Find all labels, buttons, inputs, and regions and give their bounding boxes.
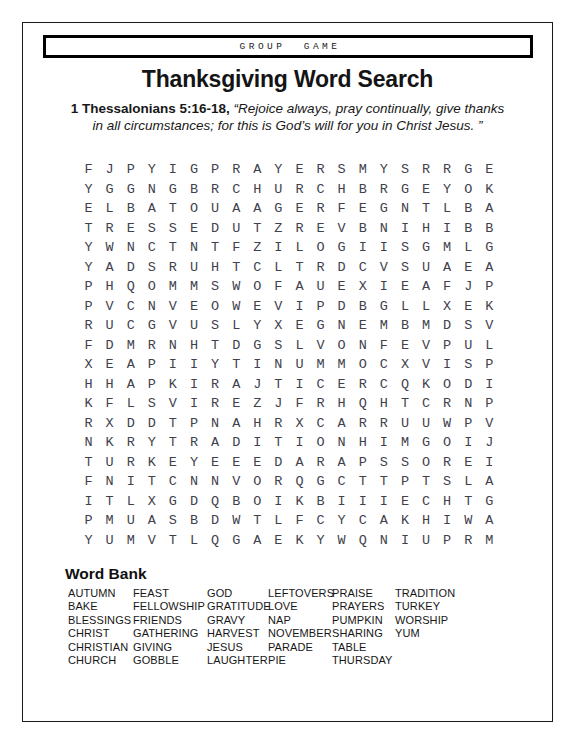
grid-cell: T: [162, 199, 183, 219]
grid-cell: R: [141, 336, 162, 356]
grid-cell: E: [205, 453, 226, 473]
grid-cell: D: [331, 297, 352, 317]
grid-cell: M: [162, 277, 183, 297]
grid-cell: T: [247, 511, 268, 531]
grid-cell: M: [416, 316, 437, 336]
word-bank-word: PRAISE: [332, 587, 393, 600]
word-bank-word: BAKE: [68, 600, 131, 613]
grid-cell: L: [99, 199, 120, 219]
grid-cell: N: [205, 472, 226, 492]
grid-cell: L: [289, 336, 310, 356]
grid-cell: V: [310, 336, 331, 356]
grid-cell: C: [373, 355, 394, 375]
grid-cell: F: [331, 199, 352, 219]
grid-cell: U: [99, 531, 120, 551]
grid-cell: W: [437, 414, 458, 434]
grid-cell: Y: [78, 238, 99, 258]
grid-cell: R: [268, 414, 289, 434]
grid-cell: E: [331, 277, 352, 297]
grid-cell: E: [416, 180, 437, 200]
grid-cell: G: [416, 238, 437, 258]
grid-cell: Q: [205, 531, 226, 551]
grid-cell: B: [394, 316, 415, 336]
grid-cell: I: [479, 375, 500, 395]
grid-cell: O: [247, 277, 268, 297]
word-bank-title: Word Bank: [65, 565, 147, 583]
grid-cell: M: [99, 511, 120, 531]
grid-cell: P: [352, 453, 373, 473]
grid-cell: L: [458, 472, 479, 492]
word-bank-word: YUM: [395, 627, 455, 640]
grid-cell: C: [310, 414, 331, 434]
grid-cell: O: [458, 180, 479, 200]
grid-cell: C: [226, 180, 247, 200]
grid-cell: C: [310, 511, 331, 531]
grid-cell: V: [416, 355, 437, 375]
word-bank-word: CHURCH: [68, 654, 131, 667]
grid-cell: A: [479, 511, 500, 531]
grid-cell: J: [458, 277, 479, 297]
grid-cell: D: [99, 336, 120, 356]
grid-cell: I: [162, 355, 183, 375]
grid-cell: O: [247, 472, 268, 492]
word-bank-column: FEASTFELLOWSHIPFRIENDSGATHERINGGIVINGGOB…: [133, 587, 205, 667]
grid-cell: T: [99, 492, 120, 512]
grid-cell: G: [373, 199, 394, 219]
grid-cell: E: [78, 199, 99, 219]
word-bank-word: LOVE: [268, 600, 334, 613]
grid-cell: O: [205, 297, 226, 317]
grid-cell: W: [458, 511, 479, 531]
grid-cell: G: [247, 336, 268, 356]
grid-cell: S: [394, 453, 415, 473]
grid-cell: U: [310, 277, 331, 297]
grid-cell: T: [78, 453, 99, 473]
grid-cell: C: [331, 472, 352, 492]
grid-cell: P: [205, 160, 226, 180]
grid-cell: V: [162, 394, 183, 414]
grid-cell: C: [120, 297, 141, 317]
grid-cell: W: [226, 511, 247, 531]
grid-cell: A: [416, 277, 437, 297]
grid-cell: P: [479, 277, 500, 297]
word-bank-word: LEFTOVERS: [268, 587, 334, 600]
grid-cell: H: [437, 492, 458, 512]
grid-cell: O: [310, 238, 331, 258]
grid-cell: M: [479, 531, 500, 551]
grid-cell: W: [226, 277, 247, 297]
grid-cell: I: [120, 472, 141, 492]
grid-cell: M: [120, 336, 141, 356]
grid-cell: I: [268, 492, 289, 512]
verse-quote-line1: “Rejoice always, pray continually, give …: [234, 101, 505, 116]
grid-cell: T: [394, 394, 415, 414]
word-bank-word: BLESSINGS: [68, 614, 131, 627]
grid-cell: D: [120, 414, 141, 434]
grid-cell: G: [268, 199, 289, 219]
grid-cell: E: [289, 199, 310, 219]
grid-cell: A: [479, 199, 500, 219]
grid-cell: N: [205, 414, 226, 434]
grid-cell: G: [162, 492, 183, 512]
grid-cell: R: [310, 258, 331, 278]
grid-cell: T: [162, 433, 183, 453]
grid-cell: M: [394, 433, 415, 453]
grid-cell: N: [331, 316, 352, 336]
grid-cell: E: [99, 355, 120, 375]
grid-cell: N: [141, 180, 162, 200]
grid-cell: V: [162, 316, 183, 336]
grid-cell: I: [437, 511, 458, 531]
grid-cell: Y: [78, 180, 99, 200]
grid-cell: K: [289, 531, 310, 551]
grid-cell: A: [247, 160, 268, 180]
grid-cell: H: [183, 336, 204, 356]
grid-cell: R: [310, 160, 331, 180]
grid-cell: N: [373, 531, 394, 551]
grid-cell: U: [99, 316, 120, 336]
grid-cell: V: [162, 297, 183, 317]
grid-cell: V: [416, 336, 437, 356]
grid-cell: Q: [352, 394, 373, 414]
grid-cell: O: [416, 453, 437, 473]
grid-cell: N: [78, 433, 99, 453]
grid-cell: G: [310, 316, 331, 336]
grid-cell: P: [78, 297, 99, 317]
grid-cell: D: [458, 375, 479, 395]
grid-cell: P: [437, 531, 458, 551]
grid-cell: E: [479, 160, 500, 180]
grid-cell: Y: [78, 531, 99, 551]
grid-cell: L: [268, 511, 289, 531]
word-bank-word: PRAYERS: [332, 600, 393, 613]
grid-cell: R: [289, 219, 310, 239]
grid-cell: L: [394, 297, 415, 317]
grid-cell: S: [331, 160, 352, 180]
grid-cell: G: [99, 180, 120, 200]
grid-cell: P: [479, 355, 500, 375]
grid-cell: B: [226, 492, 247, 512]
grid-cell: B: [183, 511, 204, 531]
grid-cell: G: [394, 180, 415, 200]
word-bank-word: PIE: [268, 654, 334, 667]
grid-cell: A: [120, 375, 141, 395]
grid-cell: S: [162, 219, 183, 239]
puzzle-sheet: GROUP GAME Thanksgiving Word Search 1 Th…: [0, 0, 575, 745]
grid-cell: N: [458, 394, 479, 414]
grid-cell: O: [183, 199, 204, 219]
grid-cell: R: [120, 453, 141, 473]
grid-cell: G: [416, 433, 437, 453]
grid-cell: L: [226, 316, 247, 336]
grid-cell: S: [141, 258, 162, 278]
grid-cell: C: [310, 180, 331, 200]
grid-cell: M: [183, 277, 204, 297]
grid-cell: U: [183, 316, 204, 336]
grid-cell: L: [458, 238, 479, 258]
grid-cell: I: [183, 375, 204, 395]
grid-cell: P: [310, 297, 331, 317]
grid-cell: R: [120, 433, 141, 453]
word-bank-word: THURSDAY: [332, 654, 393, 667]
grid-cell: R: [373, 414, 394, 434]
grid-cell: A: [289, 453, 310, 473]
grid-cell: E: [247, 297, 268, 317]
grid-cell: T: [141, 472, 162, 492]
grid-cell: I: [289, 433, 310, 453]
grid-cell: N: [373, 219, 394, 239]
page-title: Thanksgiving Word Search: [0, 66, 575, 93]
grid-cell: A: [226, 414, 247, 434]
word-bank-word: GRATITUDE: [207, 600, 271, 613]
grid-cell: F: [78, 472, 99, 492]
grid-cell: U: [268, 180, 289, 200]
grid-cell: Z: [247, 394, 268, 414]
grid-cell: V: [268, 297, 289, 317]
grid-cell: D: [226, 433, 247, 453]
grid-cell: G: [162, 180, 183, 200]
grid-cell: D: [205, 511, 226, 531]
verse-quote-line2: in all circumstances; for this is God’s …: [0, 118, 575, 135]
grid-cell: Y: [205, 355, 226, 375]
grid-cell: P: [78, 511, 99, 531]
grid-cell: N: [268, 355, 289, 375]
word-bank-word: PARADE: [268, 641, 334, 654]
grid-cell: D: [226, 336, 247, 356]
grid-cell: H: [416, 219, 437, 239]
banner-box: GROUP GAME: [43, 35, 533, 58]
grid-cell: Y: [437, 180, 458, 200]
grid-cell: N: [183, 238, 204, 258]
grid-cell: I: [373, 238, 394, 258]
grid-cell: K: [78, 394, 99, 414]
word-bank-word: TURKEY: [395, 600, 455, 613]
word-bank-word: NAP: [268, 614, 334, 627]
grid-cell: R: [268, 472, 289, 492]
grid-cell: A: [226, 375, 247, 395]
grid-cell: E: [394, 336, 415, 356]
grid-cell: A: [141, 199, 162, 219]
grid-cell: E: [394, 277, 415, 297]
grid-cell: E: [458, 453, 479, 473]
grid-cell: N: [352, 336, 373, 356]
grid-cell: J: [268, 394, 289, 414]
grid-cell: T: [352, 472, 373, 492]
grid-cell: I: [373, 277, 394, 297]
grid-cell: X: [78, 355, 99, 375]
grid-cell: W: [226, 297, 247, 317]
grid-cell: Y: [141, 433, 162, 453]
grid-cell: I: [331, 492, 352, 512]
grid-cell: A: [289, 277, 310, 297]
grid-cell: D: [205, 219, 226, 239]
word-bank-column: TRADITIONTURKEYWORSHIPYUM: [395, 587, 455, 641]
grid-cell: R: [373, 180, 394, 200]
grid-cell: I: [352, 492, 373, 512]
grid-cell: S: [394, 160, 415, 180]
word-bank-word: HARVEST: [207, 627, 271, 640]
grid-cell: A: [247, 531, 268, 551]
grid-cell: I: [183, 355, 204, 375]
grid-cell: F: [226, 238, 247, 258]
grid-cell: S: [205, 316, 226, 336]
grid-cell: U: [416, 531, 437, 551]
grid-cell: A: [373, 511, 394, 531]
grid-cell: U: [394, 414, 415, 434]
grid-cell: P: [78, 277, 99, 297]
grid-cell: G: [120, 180, 141, 200]
grid-cell: F: [373, 336, 394, 356]
grid-cell: U: [120, 511, 141, 531]
grid-cell: I: [479, 453, 500, 473]
word-bank-word: CHRIST: [68, 627, 131, 640]
grid-cell: R: [226, 160, 247, 180]
word-bank-word: FRIENDS: [133, 614, 205, 627]
grid-cell: Y: [331, 511, 352, 531]
grid-cell: G: [479, 492, 500, 512]
word-bank-word: SHARING: [332, 627, 393, 640]
grid-cell: C: [352, 258, 373, 278]
grid-cell: M: [331, 355, 352, 375]
grid-cell: N: [394, 199, 415, 219]
grid-cell: B: [458, 199, 479, 219]
grid-cell: C: [247, 258, 268, 278]
grid-cell: I: [394, 531, 415, 551]
grid-cell: V: [479, 316, 500, 336]
grid-cell: O: [331, 336, 352, 356]
grid-cell: J: [247, 375, 268, 395]
grid-cell: R: [205, 180, 226, 200]
grid-cell: M: [310, 355, 331, 375]
grid-cell: N: [141, 297, 162, 317]
grid-cell: O: [141, 277, 162, 297]
grid-cell: A: [437, 258, 458, 278]
grid-cell: E: [394, 492, 415, 512]
grid-cell: E: [458, 258, 479, 278]
word-bank-word: PUMPKIN: [332, 614, 393, 627]
grid-cell: K: [141, 453, 162, 473]
grid-cell: P: [120, 160, 141, 180]
grid-cell: E: [331, 375, 352, 395]
grid-cell: M: [120, 531, 141, 551]
grid-cell: K: [479, 297, 500, 317]
grid-cell: T: [205, 238, 226, 258]
grid-cell: B: [352, 219, 373, 239]
grid-cell: E: [352, 316, 373, 336]
grid-cell: T: [226, 258, 247, 278]
grid-cell: G: [458, 160, 479, 180]
grid-cell: L: [268, 258, 289, 278]
grid-cell: L: [289, 238, 310, 258]
grid-cell: T: [226, 355, 247, 375]
grid-cell: S: [373, 453, 394, 473]
word-bank-word: GIVING: [133, 641, 205, 654]
grid-cell: Q: [394, 375, 415, 395]
grid-cell: Q: [289, 472, 310, 492]
grid-cell: T: [205, 336, 226, 356]
grid-cell: T: [162, 238, 183, 258]
grid-cell: B: [310, 492, 331, 512]
grid-cell: L: [120, 492, 141, 512]
grid-cell: N: [183, 472, 204, 492]
grid-cell: R: [352, 375, 373, 395]
grid-cell: G: [226, 531, 247, 551]
grid-cell: T: [416, 472, 437, 492]
grid-cell: I: [183, 394, 204, 414]
grid-cell: B: [120, 199, 141, 219]
grid-cell: N: [120, 238, 141, 258]
grid-cell: S: [437, 472, 458, 492]
grid-cell: A: [479, 258, 500, 278]
grid-cell: T: [268, 433, 289, 453]
grid-cell: G: [331, 238, 352, 258]
grid-cell: R: [183, 433, 204, 453]
grid-cell: H: [331, 180, 352, 200]
grid-cell: X: [352, 277, 373, 297]
grid-cell: R: [205, 375, 226, 395]
grid-cell: S: [141, 219, 162, 239]
grid-cell: R: [78, 316, 99, 336]
grid-cell: T: [416, 199, 437, 219]
grid-cell: S: [458, 316, 479, 336]
grid-cell: G: [141, 316, 162, 336]
grid-cell: Q: [120, 277, 141, 297]
grid-cell: N: [331, 433, 352, 453]
grid-cell: U: [205, 199, 226, 219]
grid-cell: L: [120, 394, 141, 414]
grid-cell: R: [99, 219, 120, 239]
grid-cell: K: [289, 492, 310, 512]
grid-cell: J: [479, 433, 500, 453]
grid-cell: T: [373, 472, 394, 492]
grid-cell: H: [99, 375, 120, 395]
word-bank-word: WORSHIP: [395, 614, 455, 627]
grid-cell: Q: [205, 492, 226, 512]
grid-cell: B: [479, 219, 500, 239]
grid-cell: N: [99, 472, 120, 492]
grid-cell: E: [289, 160, 310, 180]
grid-cell: D: [437, 316, 458, 336]
grid-cell: Z: [268, 219, 289, 239]
grid-cell: R: [289, 180, 310, 200]
grid-cell: V: [99, 297, 120, 317]
word-bank-column: GODGRATITUDEGRAVYHARVESTJESUSLAUGHTER: [207, 587, 271, 667]
grid-cell: V: [226, 472, 247, 492]
grid-cell: H: [247, 414, 268, 434]
grid-cell: F: [78, 336, 99, 356]
grid-cell: R: [205, 394, 226, 414]
grid-cell: D: [141, 414, 162, 434]
grid-cell: I: [78, 492, 99, 512]
grid-cell: M: [373, 316, 394, 336]
grid-cell: U: [416, 258, 437, 278]
grid-cell: A: [226, 199, 247, 219]
grid-cell: I: [247, 355, 268, 375]
grid-cell: I: [162, 160, 183, 180]
grid-cell: A: [331, 414, 352, 434]
word-bank-word: FELLOWSHIP: [133, 600, 205, 613]
grid-cell: A: [141, 511, 162, 531]
word-bank-word: TABLE: [332, 641, 393, 654]
grid-cell: A: [205, 433, 226, 453]
grid-cell: R: [310, 199, 331, 219]
grid-cell: F: [289, 394, 310, 414]
grid-cell: R: [352, 414, 373, 434]
grid-cell: W: [331, 531, 352, 551]
grid-cell: G: [373, 297, 394, 317]
grid-cell: X: [141, 492, 162, 512]
grid-cell: F: [437, 277, 458, 297]
